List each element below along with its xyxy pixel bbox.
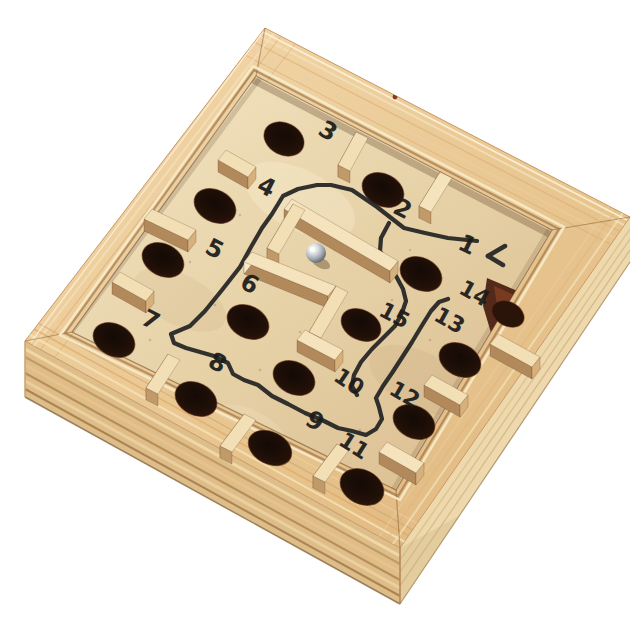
wood-knot — [393, 95, 398, 100]
ball-highlight — [310, 247, 315, 252]
labyrinth-photo: 1 2 3 4 5 6 7 8 9 10 11 12 13 14 15 — [0, 0, 640, 640]
product-photo-wooden-labyrinth: 1 2 3 4 5 6 7 8 9 10 11 12 13 14 15 — [0, 0, 640, 640]
